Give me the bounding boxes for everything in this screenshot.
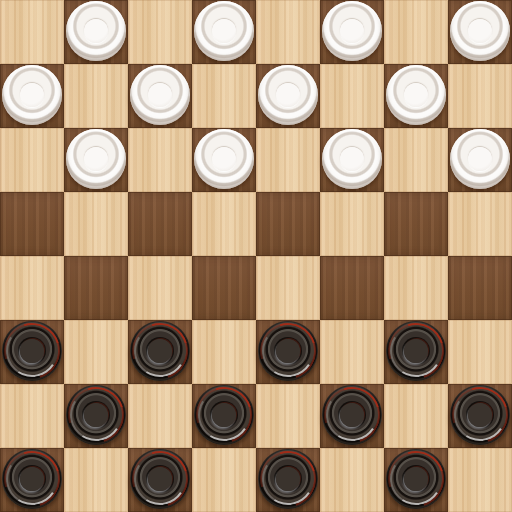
square-r3c2[interactable] xyxy=(64,128,128,192)
black-checker-piece[interactable] xyxy=(386,449,446,509)
square-r1c2[interactable] xyxy=(64,0,128,64)
black-checker-piece[interactable] xyxy=(130,321,190,381)
square-r1c3 xyxy=(128,0,192,64)
square-r6c2 xyxy=(64,320,128,384)
square-r7c7 xyxy=(384,384,448,448)
piece-center-disc xyxy=(84,403,108,427)
square-r3c5 xyxy=(256,128,320,192)
square-r5c7 xyxy=(384,256,448,320)
white-checker-piece[interactable] xyxy=(258,65,318,125)
square-r6c3[interactable] xyxy=(128,320,192,384)
square-r3c1 xyxy=(0,128,64,192)
square-r8c7[interactable] xyxy=(384,448,448,512)
square-r3c6[interactable] xyxy=(320,128,384,192)
square-r6c4 xyxy=(192,320,256,384)
square-r1c4[interactable] xyxy=(192,0,256,64)
white-checker-piece[interactable] xyxy=(450,129,510,189)
square-r5c4[interactable] xyxy=(192,256,256,320)
square-r8c6 xyxy=(320,448,384,512)
square-r6c8 xyxy=(448,320,512,384)
square-r1c6[interactable] xyxy=(320,0,384,64)
square-r8c4 xyxy=(192,448,256,512)
square-r8c5[interactable] xyxy=(256,448,320,512)
black-checker-piece[interactable] xyxy=(194,385,254,445)
square-r4c4 xyxy=(192,192,256,256)
black-checker-piece[interactable] xyxy=(2,321,62,381)
square-r4c3[interactable] xyxy=(128,192,192,256)
white-checker-piece[interactable] xyxy=(386,65,446,125)
piece-center-disc xyxy=(84,147,108,171)
black-checker-piece[interactable] xyxy=(2,449,62,509)
square-r7c8[interactable] xyxy=(448,384,512,448)
square-r8c1[interactable] xyxy=(0,448,64,512)
black-checker-piece[interactable] xyxy=(130,449,190,509)
square-r8c3[interactable] xyxy=(128,448,192,512)
white-checker-piece[interactable] xyxy=(194,1,254,61)
piece-center-disc xyxy=(468,19,492,43)
piece-center-disc xyxy=(212,147,236,171)
square-r8c8 xyxy=(448,448,512,512)
white-checker-piece[interactable] xyxy=(322,1,382,61)
square-r6c6 xyxy=(320,320,384,384)
piece-center-disc xyxy=(20,339,44,363)
square-r3c4[interactable] xyxy=(192,128,256,192)
square-r1c8[interactable] xyxy=(448,0,512,64)
piece-center-disc xyxy=(468,403,492,427)
black-checker-piece[interactable] xyxy=(258,321,318,381)
piece-center-disc xyxy=(20,83,44,107)
black-checker-piece[interactable] xyxy=(322,385,382,445)
piece-center-disc xyxy=(148,467,172,491)
square-r5c2[interactable] xyxy=(64,256,128,320)
square-r5c5 xyxy=(256,256,320,320)
square-r4c2 xyxy=(64,192,128,256)
white-checker-piece[interactable] xyxy=(130,65,190,125)
piece-center-disc xyxy=(276,83,300,107)
black-checker-piece[interactable] xyxy=(258,449,318,509)
piece-center-disc xyxy=(148,83,172,107)
square-r4c1[interactable] xyxy=(0,192,64,256)
piece-center-disc xyxy=(276,339,300,363)
white-checker-piece[interactable] xyxy=(194,129,254,189)
square-r3c8[interactable] xyxy=(448,128,512,192)
square-r2c2 xyxy=(64,64,128,128)
square-r7c1 xyxy=(0,384,64,448)
square-r4c6 xyxy=(320,192,384,256)
square-r7c5 xyxy=(256,384,320,448)
white-checker-piece[interactable] xyxy=(450,1,510,61)
piece-center-disc xyxy=(148,339,172,363)
square-r2c6 xyxy=(320,64,384,128)
square-r6c1[interactable] xyxy=(0,320,64,384)
piece-center-disc xyxy=(340,19,364,43)
square-r7c6[interactable] xyxy=(320,384,384,448)
white-checker-piece[interactable] xyxy=(66,129,126,189)
square-r5c3 xyxy=(128,256,192,320)
square-r8c2 xyxy=(64,448,128,512)
square-r4c7[interactable] xyxy=(384,192,448,256)
square-r6c5[interactable] xyxy=(256,320,320,384)
white-checker-piece[interactable] xyxy=(2,65,62,125)
black-checker-piece[interactable] xyxy=(386,321,446,381)
piece-center-disc xyxy=(84,19,108,43)
square-r1c5 xyxy=(256,0,320,64)
square-r5c1 xyxy=(0,256,64,320)
piece-center-disc xyxy=(404,339,428,363)
square-r7c2[interactable] xyxy=(64,384,128,448)
square-r2c4 xyxy=(192,64,256,128)
piece-center-disc xyxy=(468,147,492,171)
checkers-board xyxy=(0,0,512,512)
piece-center-disc xyxy=(20,467,44,491)
square-r7c3 xyxy=(128,384,192,448)
piece-center-disc xyxy=(212,19,236,43)
black-checker-piece[interactable] xyxy=(450,385,510,445)
piece-center-disc xyxy=(276,467,300,491)
piece-center-disc xyxy=(340,147,364,171)
piece-center-disc xyxy=(404,467,428,491)
white-checker-piece[interactable] xyxy=(322,129,382,189)
square-r4c5[interactable] xyxy=(256,192,320,256)
square-r2c3[interactable] xyxy=(128,64,192,128)
square-r6c7[interactable] xyxy=(384,320,448,384)
square-r5c6[interactable] xyxy=(320,256,384,320)
square-r1c1 xyxy=(0,0,64,64)
square-r5c8[interactable] xyxy=(448,256,512,320)
square-r2c7[interactable] xyxy=(384,64,448,128)
piece-center-disc xyxy=(340,403,364,427)
piece-center-disc xyxy=(212,403,236,427)
square-r3c7 xyxy=(384,128,448,192)
square-r1c7 xyxy=(384,0,448,64)
square-r2c8 xyxy=(448,64,512,128)
square-r4c8 xyxy=(448,192,512,256)
square-r7c4[interactable] xyxy=(192,384,256,448)
piece-center-disc xyxy=(404,83,428,107)
square-r2c1[interactable] xyxy=(0,64,64,128)
white-checker-piece[interactable] xyxy=(66,1,126,61)
square-r2c5[interactable] xyxy=(256,64,320,128)
square-r3c3 xyxy=(128,128,192,192)
black-checker-piece[interactable] xyxy=(66,385,126,445)
